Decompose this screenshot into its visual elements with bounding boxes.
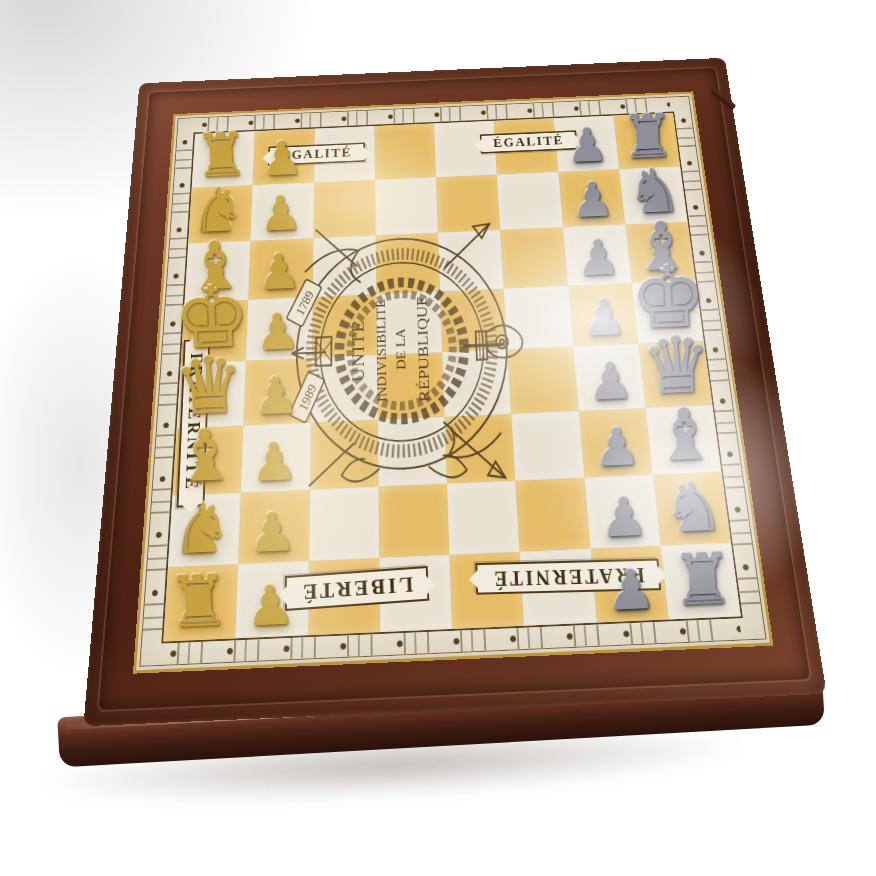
piece-gold-pawn-a2[interactable]: ♟ [245, 578, 296, 634]
square-d7[interactable]: ♟ [573, 344, 645, 411]
square-g3[interactable] [313, 180, 375, 239]
square-d5[interactable] [442, 349, 511, 416]
piece-gold-pawn-f2[interactable]: ♟ [257, 247, 302, 297]
square-c2[interactable]: ♟ [241, 422, 311, 492]
piece-silver-rook-a8[interactable]: ♜ [670, 543, 736, 616]
board-grid: ♜♟♟♜♞♟♟♞♝♟♟♝♚♟♟♚♛♟♟♛♝♟♟♝♞♟♟♞♜♟♟♜ [163, 113, 740, 641]
square-c8[interactable]: ♝ [645, 405, 721, 475]
piece-silver-pawn-f7[interactable]: ♟ [576, 233, 621, 283]
piece-silver-pawn-a7[interactable]: ♟ [605, 562, 656, 618]
square-a1[interactable]: ♜ [163, 564, 238, 642]
square-e7[interactable]: ♟ [568, 283, 639, 347]
square-c3[interactable] [310, 419, 379, 489]
square-g5[interactable] [436, 174, 500, 232]
piece-silver-pawn-d7[interactable]: ♟ [587, 355, 634, 407]
piece-gold-knight-b1[interactable]: ♞ [170, 493, 234, 564]
piece-gold-pawn-d2[interactable]: ♟ [253, 370, 300, 422]
square-d4[interactable] [377, 352, 445, 419]
square-b1[interactable]: ♞ [168, 493, 241, 567]
piece-gold-rook-a1[interactable]: ♜ [166, 565, 232, 638]
square-e4[interactable] [376, 291, 442, 355]
square-b2[interactable]: ♟ [238, 490, 309, 564]
piece-silver-pawn-g7[interactable]: ♟ [570, 176, 614, 225]
square-b8[interactable]: ♞ [653, 472, 731, 545]
square-g7[interactable]: ♟ [558, 169, 625, 227]
piece-gold-bishop-c1[interactable]: ♝ [173, 420, 239, 493]
piece-silver-bishop-c8[interactable]: ♝ [652, 399, 718, 472]
square-f2[interactable]: ♟ [248, 238, 313, 299]
square-c1[interactable]: ♝ [172, 425, 243, 496]
square-g4[interactable] [375, 177, 438, 236]
piece-silver-pawn-e7[interactable]: ♟ [581, 293, 627, 344]
board-plate: ♜♟♟♜♞♟♟♞♝♟♟♝♚♟♟♚♛♟♟♛♝♟♟♝♞♟♟♞♜♟♟♜ [133, 91, 773, 673]
piece-silver-knight-b8[interactable]: ♞ [661, 471, 725, 542]
square-e5[interactable] [440, 288, 508, 352]
tilted-board-assembly: ♜♟♟♜♞♟♟♞♝♟♟♝♚♟♟♚♛♟♟♛♝♟♟♝♞♟♟♞♜♟♟♜ [83, 58, 826, 726]
piece-gold-pawn-e2[interactable]: ♟ [255, 307, 301, 358]
piece-gold-pawn-g2[interactable]: ♟ [259, 190, 303, 239]
square-c4[interactable] [378, 416, 447, 486]
square-d6[interactable] [508, 347, 579, 414]
square-e2[interactable]: ♟ [246, 297, 312, 361]
square-c5[interactable] [444, 413, 515, 483]
square-c7[interactable]: ♟ [578, 408, 652, 478]
square-e6[interactable] [504, 286, 573, 350]
photo-of-chess-set: ♜♟♟♜♞♟♟♞♝♟♟♝♚♟♟♚♛♟♟♛♝♟♟♝♞♟♟♞♜♟♟♜ [0, 0, 876, 876]
square-f3[interactable] [312, 235, 376, 296]
scene: ♜♟♟♜♞♟♟♞♝♟♟♝♚♟♟♚♛♟♟♛♝♟♟♝♞♟♟♞♜♟♟♜ [0, 0, 876, 876]
square-f5[interactable] [438, 230, 504, 291]
square-d2[interactable]: ♟ [244, 358, 312, 425]
piece-silver-pawn-b7[interactable]: ♟ [599, 490, 649, 545]
square-f6[interactable] [500, 227, 567, 288]
square-g2[interactable]: ♟ [251, 182, 314, 241]
square-a8[interactable]: ♜ [660, 542, 740, 619]
square-f7[interactable]: ♟ [563, 225, 632, 286]
square-e3[interactable] [311, 294, 376, 358]
square-h4[interactable] [374, 123, 436, 179]
piece-gold-pawn-c2[interactable]: ♟ [250, 436, 299, 490]
piece-gold-pawn-b2[interactable]: ♟ [248, 505, 298, 560]
square-d3[interactable] [311, 355, 378, 422]
square-g6[interactable] [497, 172, 563, 230]
square-c6[interactable] [511, 411, 584, 481]
piece-silver-pawn-c7[interactable]: ♟ [593, 421, 642, 475]
